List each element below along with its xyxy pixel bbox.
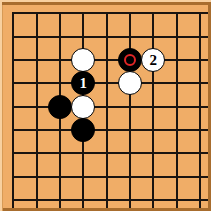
grid-vline	[199, 12, 201, 211]
grid-vline	[129, 12, 131, 211]
white-stone	[118, 71, 142, 95]
go-diagram: 21	[0, 0, 211, 211]
grid-vline	[12, 12, 14, 211]
circle-marker-icon	[124, 54, 136, 66]
grid-hline	[12, 176, 211, 178]
grid-vline	[176, 12, 178, 211]
grid-vline	[106, 12, 108, 211]
board-bevel-left-inner-shadow	[2, 5, 3, 211]
black-stone: 1	[71, 71, 95, 95]
move-number-label: 2	[150, 53, 158, 68]
black-stone	[71, 118, 95, 142]
grid-hline	[12, 59, 211, 61]
grid-vline	[152, 12, 154, 211]
board-bevel-right-shadow	[208, 2, 211, 211]
white-stone	[71, 48, 95, 72]
white-stone: 2	[141, 48, 165, 72]
grid-hline	[12, 129, 211, 131]
grid-hline	[12, 106, 211, 108]
grid-hline	[12, 36, 211, 38]
go-board: 21	[0, 0, 211, 211]
grid-hline	[12, 199, 211, 201]
black-stone	[48, 95, 72, 119]
board-bevel-top-shadow	[2, 2, 211, 5]
grid-vline	[36, 12, 38, 211]
black-stone	[118, 48, 142, 72]
grid-hline	[12, 152, 211, 154]
board-bevel-bottom-shadow	[2, 208, 211, 211]
move-number-label: 1	[80, 76, 88, 91]
grid-hline	[12, 12, 211, 14]
grid-hline	[12, 82, 211, 84]
white-stone	[71, 95, 95, 119]
